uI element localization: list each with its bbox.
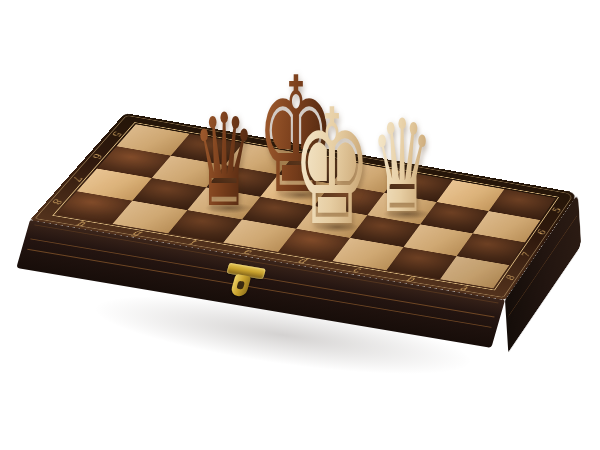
rank-label-right-6: 6 (535, 230, 548, 236)
file-label-f: f (188, 238, 198, 246)
piece-shadow-light-queen (375, 207, 439, 221)
brass-clasp (216, 261, 271, 309)
file-label-d: d (296, 256, 308, 264)
file-label-b: b (404, 275, 416, 283)
rank-label-left-6: 6 (90, 153, 105, 159)
clasp-hook (230, 274, 252, 298)
piece-shadow-dark-king (272, 188, 330, 202)
file-label-e: e (242, 247, 254, 255)
piece-shadow-dark-queen (197, 201, 261, 215)
file-label-h: h (74, 219, 87, 227)
rank-label-left-8: 8 (50, 198, 65, 204)
file-label-a: a (458, 284, 469, 292)
file-label-g: g (130, 229, 143, 237)
piece-shadow-light-king (308, 220, 366, 234)
file-label-c: c (351, 266, 362, 274)
rank-label-left-5: 5 (110, 131, 125, 137)
rank-label-right-5: 5 (550, 208, 563, 214)
product-photo-stage: hgfedcba88776655 ♛♚♚♛ (0, 0, 600, 450)
rank-label-right-8: 8 (503, 275, 517, 281)
rank-label-right-7: 7 (519, 252, 532, 258)
rank-label-left-7: 7 (70, 175, 85, 181)
